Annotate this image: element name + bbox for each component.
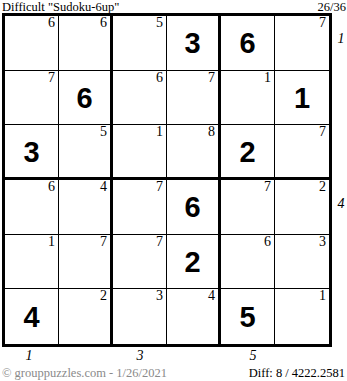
- cell-digit: 6: [59, 71, 110, 125]
- pencil-mark: 1: [156, 124, 163, 140]
- pencil-mark: 3: [319, 234, 326, 250]
- pencil-mark: 6: [100, 15, 107, 31]
- pencil-mark: 1: [264, 70, 271, 86]
- row-label-1: 1: [335, 31, 347, 47]
- cell-r4c2[interactable]: 4: [59, 180, 113, 235]
- pencil-mark: 5: [156, 15, 163, 31]
- cell-r3c3[interactable]: 1: [113, 125, 167, 180]
- pencil-mark: 7: [156, 234, 163, 250]
- row-label-4: 4: [335, 196, 347, 212]
- pencil-mark: 5: [100, 124, 107, 140]
- cell-r5c1[interactable]: 1: [5, 235, 59, 290]
- pencil-mark: 7: [264, 179, 271, 195]
- pencil-mark: 6: [264, 234, 271, 250]
- cell-r6c1[interactable]: 4: [5, 289, 59, 344]
- cell-r2c6[interactable]: 1: [275, 71, 329, 126]
- board: 665367766711351827647672177263423451: [2, 13, 332, 347]
- cell-r4c4[interactable]: 6: [167, 180, 221, 235]
- cell-r3c2[interactable]: 5: [59, 125, 113, 180]
- cell-r2c1[interactable]: 7: [5, 71, 59, 126]
- cell-r1c1[interactable]: 6: [5, 16, 59, 71]
- cell-r1c3[interactable]: 5: [113, 16, 167, 71]
- cell-digit: 6: [221, 16, 274, 70]
- cell-digit: 2: [221, 125, 274, 177]
- pencil-mark: 4: [100, 179, 107, 195]
- pencil-mark: 7: [208, 70, 215, 86]
- pencil-mark: 7: [156, 179, 163, 195]
- footer-difficulty: Diff: 8 / 4222.2581: [249, 366, 345, 381]
- cell-r6c4[interactable]: 4: [167, 289, 221, 344]
- cell-r3c5[interactable]: 2: [221, 125, 275, 180]
- cell-r6c5[interactable]: 5: [221, 289, 275, 344]
- cell-r2c3[interactable]: 6: [113, 71, 167, 126]
- pencil-mark: 7: [100, 234, 107, 250]
- pencil-mark: 4: [208, 288, 215, 304]
- pencil-mark: 6: [156, 70, 163, 86]
- cell-r5c4[interactable]: 2: [167, 235, 221, 290]
- pencil-mark: 7: [319, 15, 326, 31]
- col-label-3: 3: [134, 348, 146, 364]
- cell-r1c6[interactable]: 7: [275, 16, 329, 71]
- pencil-mark: 7: [319, 124, 326, 140]
- cell-r5c2[interactable]: 7: [59, 235, 113, 290]
- cell-r2c5[interactable]: 1: [221, 71, 275, 126]
- pencil-mark: 2: [100, 288, 107, 304]
- cell-digit: 1: [275, 71, 329, 125]
- pencil-mark: 1: [48, 234, 55, 250]
- cell-r5c6[interactable]: 3: [275, 235, 329, 290]
- cell-r6c2[interactable]: 2: [59, 289, 113, 344]
- footer-copyright: © grouppuzzles.com - 1/26/2021: [2, 366, 167, 381]
- cell-digit: 2: [167, 235, 218, 289]
- cell-r1c4[interactable]: 3: [167, 16, 221, 71]
- cell-digit: 5: [221, 289, 274, 344]
- cell-digit: 6: [167, 180, 218, 234]
- cell-r6c3[interactable]: 3: [113, 289, 167, 344]
- cell-r4c3[interactable]: 7: [113, 180, 167, 235]
- cell-r3c1[interactable]: 3: [5, 125, 59, 180]
- puzzle-page: Difficult "Sudoku-6up" 26/36 66536776671…: [0, 0, 347, 381]
- pencil-mark: 1: [319, 288, 326, 304]
- cell-r5c3[interactable]: 7: [113, 235, 167, 290]
- pencil-mark: 2: [319, 179, 326, 195]
- cell-r4c1[interactable]: 6: [5, 180, 59, 235]
- cell-r2c4[interactable]: 7: [167, 71, 221, 126]
- cell-digit: 4: [5, 289, 58, 344]
- cell-digit: 3: [167, 16, 218, 70]
- pencil-mark: 7: [48, 70, 55, 86]
- pencil-mark: 8: [208, 124, 215, 140]
- col-label-5: 5: [247, 348, 259, 364]
- pencil-mark: 6: [48, 179, 55, 195]
- pencil-mark: 6: [48, 15, 55, 31]
- cell-r3c6[interactable]: 7: [275, 125, 329, 180]
- cell-digit: 3: [5, 125, 58, 177]
- cell-r1c2[interactable]: 6: [59, 16, 113, 71]
- cell-r5c5[interactable]: 6: [221, 235, 275, 290]
- cell-r6c6[interactable]: 1: [275, 289, 329, 344]
- cell-r4c5[interactable]: 7: [221, 180, 275, 235]
- col-label-1: 1: [23, 348, 35, 364]
- cell-r4c6[interactable]: 2: [275, 180, 329, 235]
- cell-r1c5[interactable]: 6: [221, 16, 275, 71]
- cell-r3c4[interactable]: 8: [167, 125, 221, 180]
- cell-r2c2[interactable]: 6: [59, 71, 113, 126]
- pencil-mark: 3: [156, 288, 163, 304]
